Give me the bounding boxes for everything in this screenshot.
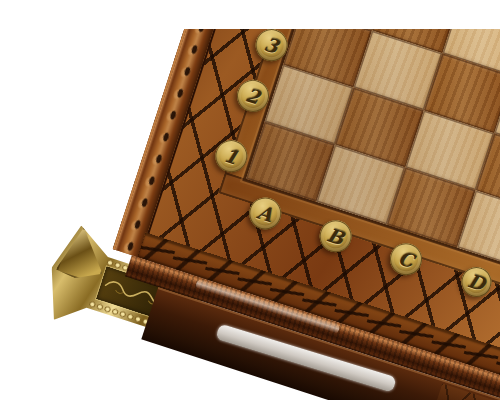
- chessboard: 3 2 1 A B C D: [89, 0, 500, 400]
- product-photo: 3 2 1 A B C D: [0, 0, 500, 400]
- photo-crop-margin: [0, 0, 500, 29]
